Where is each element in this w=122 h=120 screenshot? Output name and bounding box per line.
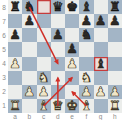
piece-black-pawn[interactable]: ♟ — [9, 28, 21, 42]
square-f7[interactable]: ♟ — [79, 14, 93, 28]
square-b2[interactable]: ♟ — [22, 85, 36, 99]
square-e2[interactable] — [65, 85, 79, 99]
piece-black-pawn[interactable]: ♟ — [109, 14, 121, 28]
piece-black-queen[interactable]: ♛ — [52, 0, 64, 14]
square-c3[interactable]: ♞ — [37, 71, 51, 85]
square-a3[interactable] — [8, 71, 22, 85]
square-g6[interactable] — [94, 28, 108, 42]
square-c2[interactable]: ♟ — [37, 85, 51, 99]
rank-label-5: 5 — [0, 42, 8, 56]
square-h5[interactable] — [108, 42, 122, 56]
square-c1[interactable]: ♝ — [37, 99, 51, 113]
rank-label-8: 8 — [0, 0, 8, 14]
piece-black-bishop[interactable]: ♝ — [95, 57, 107, 71]
square-g7[interactable]: ♟ — [94, 14, 108, 28]
square-g1[interactable] — [94, 99, 108, 113]
piece-white-knight[interactable]: ♞ — [81, 71, 93, 85]
piece-black-pawn[interactable]: ♟ — [95, 14, 107, 28]
square-h3[interactable] — [108, 71, 122, 85]
square-h4[interactable] — [108, 57, 122, 71]
square-f3[interactable]: ♞ — [79, 71, 93, 85]
piece-black-rook[interactable]: ♜ — [9, 0, 21, 14]
piece-white-pawn[interactable]: ♟ — [66, 57, 78, 71]
square-d8[interactable]: ♛ — [51, 0, 65, 14]
piece-white-king[interactable]: ♚ — [66, 99, 78, 113]
piece-black-pawn[interactable]: ♟ — [66, 42, 78, 56]
rank-label-4: 4 — [0, 57, 8, 71]
piece-black-knight[interactable]: ♞ — [81, 28, 93, 42]
square-e8[interactable]: ♚ — [65, 0, 79, 14]
piece-black-bishop[interactable]: ♝ — [81, 0, 93, 14]
square-d6[interactable]: ♟ — [51, 28, 65, 42]
square-e5[interactable]: ♟ — [65, 42, 79, 56]
square-d5[interactable] — [51, 42, 65, 56]
square-c4[interactable] — [37, 57, 51, 71]
square-a2[interactable] — [8, 85, 22, 99]
square-d7[interactable] — [51, 14, 65, 28]
square-c7[interactable] — [37, 14, 51, 28]
square-e3[interactable] — [65, 71, 79, 85]
piece-white-bishop[interactable]: ♝ — [38, 99, 50, 113]
rank-label-2: 2 — [0, 85, 8, 99]
piece-white-pawn[interactable]: ♟ — [38, 85, 50, 99]
piece-white-queen[interactable]: ♛ — [52, 99, 64, 113]
piece-white-bishop[interactable]: ♝ — [81, 99, 93, 113]
square-g8[interactable] — [94, 0, 108, 14]
square-d4[interactable] — [51, 57, 65, 71]
piece-white-rook[interactable]: ♜ — [109, 99, 121, 113]
piece-black-pawn[interactable]: ♟ — [81, 14, 93, 28]
piece-black-pawn[interactable]: ♟ — [52, 28, 64, 42]
square-g5[interactable] — [94, 42, 108, 56]
rank-label-6: 6 — [0, 28, 8, 42]
piece-white-pawn[interactable]: ♟ — [95, 85, 107, 99]
rank-label-7: 7 — [0, 14, 8, 28]
file-labels: abcdefgh — [8, 112, 122, 120]
square-a4[interactable]: ♟ — [8, 57, 22, 71]
piece-white-knight[interactable]: ♞ — [38, 71, 50, 85]
square-a1[interactable]: ♜ — [8, 99, 22, 113]
square-b4[interactable] — [22, 57, 36, 71]
square-c6[interactable] — [37, 28, 51, 42]
piece-black-rook[interactable]: ♜ — [109, 0, 121, 14]
file-label-c: c — [37, 112, 51, 120]
square-b6[interactable] — [22, 28, 36, 42]
file-label-h: h — [108, 112, 122, 120]
square-f4[interactable] — [79, 57, 93, 71]
chess-board[interactable]: ♜♞♛♚♝♜♟♟♟♟♟♟♞♟♟♟♝♞♞♟♟♟♟♟♜♝♛♚♝♜ — [8, 0, 122, 113]
piece-white-pawn[interactable]: ♟ — [109, 85, 121, 99]
square-e4[interactable]: ♟ — [65, 57, 79, 71]
square-d1[interactable]: ♛ — [51, 99, 65, 113]
square-e6[interactable] — [65, 28, 79, 42]
file-label-b: b — [22, 112, 36, 120]
piece-white-pawn[interactable]: ♟ — [24, 85, 36, 99]
square-e7[interactable] — [65, 14, 79, 28]
file-label-d: d — [51, 112, 65, 120]
piece-white-pawn[interactable]: ♟ — [9, 57, 21, 71]
square-a6[interactable]: ♟ — [8, 28, 22, 42]
square-g2[interactable]: ♟ — [94, 85, 108, 99]
square-h6[interactable] — [108, 28, 122, 42]
square-f5[interactable] — [79, 42, 93, 56]
piece-white-pawn[interactable]: ♟ — [81, 85, 93, 99]
piece-black-knight[interactable]: ♞ — [24, 0, 36, 14]
square-c5[interactable] — [37, 42, 51, 56]
square-a7[interactable] — [8, 14, 22, 28]
file-label-f: f — [79, 112, 93, 120]
chess-board-widget: 87654321 ♜♞♛♚♝♜♟♟♟♟♟♟♞♟♟♟♝♞♞♟♟♟♟♟♜♝♛♚♝♜ … — [0, 0, 122, 120]
piece-black-king[interactable]: ♚ — [66, 0, 78, 14]
square-h2[interactable]: ♟ — [108, 85, 122, 99]
square-h1[interactable]: ♜ — [108, 99, 122, 113]
square-b3[interactable] — [22, 71, 36, 85]
file-label-g: g — [94, 112, 108, 120]
square-d3[interactable] — [51, 71, 65, 85]
file-label-a: a — [8, 112, 22, 120]
square-f8[interactable]: ♝ — [79, 0, 93, 14]
square-f2[interactable]: ♟ — [79, 85, 93, 99]
square-b8[interactable]: ♞ — [22, 0, 36, 14]
square-g4[interactable]: ♝ — [94, 57, 108, 71]
rank-label-1: 1 — [0, 99, 8, 113]
square-a8[interactable]: ♜ — [8, 0, 22, 14]
piece-white-rook[interactable]: ♜ — [9, 99, 21, 113]
square-h7[interactable]: ♟ — [108, 14, 122, 28]
square-b1[interactable] — [22, 99, 36, 113]
square-g3[interactable] — [94, 71, 108, 85]
rank-label-3: 3 — [0, 71, 8, 85]
square-e1[interactable]: ♚ — [65, 99, 79, 113]
square-f6[interactable]: ♞ — [79, 28, 93, 42]
square-b7[interactable]: ♟ — [22, 14, 36, 28]
square-b5[interactable] — [22, 42, 36, 56]
piece-black-pawn[interactable]: ♟ — [24, 14, 36, 28]
file-label-e: e — [65, 112, 79, 120]
square-f1[interactable]: ♝ — [79, 99, 93, 113]
square-h8[interactable]: ♜ — [108, 0, 122, 14]
square-d2[interactable] — [51, 85, 65, 99]
square-c8[interactable] — [37, 0, 51, 14]
rank-labels: 87654321 — [0, 0, 8, 113]
square-a5[interactable] — [8, 42, 22, 56]
